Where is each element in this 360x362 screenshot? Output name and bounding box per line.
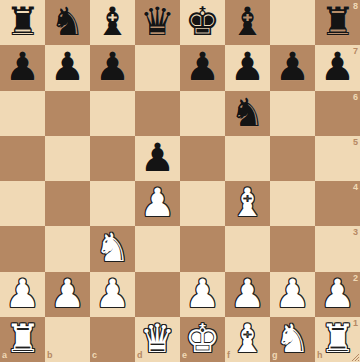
piece-black-bishop-c8[interactable]: ♝ — [95, 2, 130, 41]
coord-rank-2: 2 — [353, 274, 358, 283]
coord-file-f: f — [227, 351, 230, 360]
square-g7[interactable]: ♟ — [270, 45, 315, 90]
square-e1[interactable]: ♚e — [180, 317, 225, 362]
square-f2[interactable]: ♟ — [225, 272, 270, 317]
square-g1[interactable]: ♞g — [270, 317, 315, 362]
square-h3[interactable]: 3 — [315, 226, 360, 271]
piece-white-bishop-f4[interactable]: ♝ — [230, 183, 265, 222]
square-g5[interactable] — [270, 136, 315, 181]
square-c3[interactable]: ♞ — [90, 226, 135, 271]
piece-white-king-e1[interactable]: ♚ — [185, 319, 220, 358]
piece-white-pawn-h2[interactable]: ♟ — [320, 274, 355, 313]
square-a1[interactable]: ♜a — [0, 317, 45, 362]
square-c4[interactable] — [90, 181, 135, 226]
square-c5[interactable] — [90, 136, 135, 181]
coord-file-d: d — [137, 351, 143, 360]
square-h6[interactable]: 6 — [315, 91, 360, 136]
square-e5[interactable] — [180, 136, 225, 181]
square-a8[interactable]: ♜ — [0, 0, 45, 45]
square-e3[interactable] — [180, 226, 225, 271]
square-h4[interactable]: 4 — [315, 181, 360, 226]
coord-file-g: g — [272, 351, 278, 360]
square-a4[interactable] — [0, 181, 45, 226]
square-d6[interactable] — [135, 91, 180, 136]
piece-black-king-e8[interactable]: ♚ — [185, 2, 220, 41]
square-b6[interactable] — [45, 91, 90, 136]
square-b8[interactable]: ♞ — [45, 0, 90, 45]
square-c1[interactable]: c — [90, 317, 135, 362]
piece-black-pawn-d5[interactable]: ♟ — [140, 138, 175, 177]
piece-white-rook-a1[interactable]: ♜ — [5, 319, 40, 358]
square-b2[interactable]: ♟ — [45, 272, 90, 317]
chess-board: ♜♞♝♛♚♝♜8♟♟♟♟♟♟♟7♞6♟5♟♝4♞3♟♟♟♟♟♟♟2♜abc♛d♚… — [0, 0, 360, 362]
piece-black-pawn-h7[interactable]: ♟ — [320, 47, 355, 86]
square-d4[interactable]: ♟ — [135, 181, 180, 226]
square-f4[interactable]: ♝ — [225, 181, 270, 226]
coord-file-c: c — [92, 351, 97, 360]
coord-rank-7: 7 — [353, 47, 358, 56]
square-f7[interactable]: ♟ — [225, 45, 270, 90]
square-b3[interactable] — [45, 226, 90, 271]
piece-white-pawn-a2[interactable]: ♟ — [5, 274, 40, 313]
chess-board-grid: ♜♞♝♛♚♝♜8♟♟♟♟♟♟♟7♞6♟5♟♝4♞3♟♟♟♟♟♟♟2♜abc♛d♚… — [0, 0, 360, 362]
piece-black-knight-f6[interactable]: ♞ — [230, 93, 265, 132]
square-g4[interactable] — [270, 181, 315, 226]
square-b7[interactable]: ♟ — [45, 45, 90, 90]
piece-white-queen-d1[interactable]: ♛ — [140, 319, 175, 358]
square-f3[interactable] — [225, 226, 270, 271]
piece-white-pawn-e2[interactable]: ♟ — [185, 274, 220, 313]
coord-file-h: h — [317, 351, 323, 360]
square-b1[interactable]: b — [45, 317, 90, 362]
square-h5[interactable]: 5 — [315, 136, 360, 181]
piece-black-knight-b8[interactable]: ♞ — [50, 2, 85, 41]
square-a6[interactable] — [0, 91, 45, 136]
square-e2[interactable]: ♟ — [180, 272, 225, 317]
coord-rank-1: 1 — [353, 319, 358, 328]
square-g2[interactable]: ♟ — [270, 272, 315, 317]
piece-white-pawn-b2[interactable]: ♟ — [50, 274, 85, 313]
coord-rank-5: 5 — [353, 138, 358, 147]
square-a5[interactable] — [0, 136, 45, 181]
square-h8[interactable]: ♜8 — [315, 0, 360, 45]
square-c7[interactable]: ♟ — [90, 45, 135, 90]
square-d8[interactable]: ♛ — [135, 0, 180, 45]
square-c6[interactable] — [90, 91, 135, 136]
square-g3[interactable] — [270, 226, 315, 271]
square-c8[interactable]: ♝ — [90, 0, 135, 45]
square-c2[interactable]: ♟ — [90, 272, 135, 317]
square-g6[interactable] — [270, 91, 315, 136]
square-f1[interactable]: ♝f — [225, 317, 270, 362]
coord-rank-8: 8 — [353, 2, 358, 11]
coord-rank-6: 6 — [353, 93, 358, 102]
piece-black-pawn-g7[interactable]: ♟ — [275, 47, 310, 86]
piece-black-pawn-a7[interactable]: ♟ — [5, 47, 40, 86]
square-a7[interactable]: ♟ — [0, 45, 45, 90]
piece-black-pawn-f7[interactable]: ♟ — [230, 47, 265, 86]
square-d1[interactable]: ♛d — [135, 317, 180, 362]
piece-white-knight-c3[interactable]: ♞ — [95, 228, 130, 267]
piece-black-pawn-c7[interactable]: ♟ — [95, 47, 130, 86]
coord-rank-4: 4 — [353, 183, 358, 192]
square-a3[interactable] — [0, 226, 45, 271]
square-b4[interactable] — [45, 181, 90, 226]
square-a2[interactable]: ♟ — [0, 272, 45, 317]
piece-black-rook-h8[interactable]: ♜ — [320, 2, 355, 41]
piece-white-knight-g1[interactable]: ♞ — [275, 319, 310, 358]
piece-white-pawn-g2[interactable]: ♟ — [275, 274, 310, 313]
piece-black-pawn-b7[interactable]: ♟ — [50, 47, 85, 86]
square-h7[interactable]: ♟7 — [315, 45, 360, 90]
coord-rank-3: 3 — [353, 228, 358, 237]
piece-white-bishop-f1[interactable]: ♝ — [230, 319, 265, 358]
square-f5[interactable] — [225, 136, 270, 181]
square-h2[interactable]: ♟2 — [315, 272, 360, 317]
square-e4[interactable] — [180, 181, 225, 226]
piece-white-pawn-c2[interactable]: ♟ — [95, 274, 130, 313]
square-b5[interactable] — [45, 136, 90, 181]
square-e8[interactable]: ♚ — [180, 0, 225, 45]
piece-black-bishop-f8[interactable]: ♝ — [230, 2, 265, 41]
piece-white-pawn-f2[interactable]: ♟ — [230, 274, 265, 313]
square-e6[interactable] — [180, 91, 225, 136]
square-d7[interactable] — [135, 45, 180, 90]
piece-black-rook-a8[interactable]: ♜ — [5, 2, 40, 41]
square-e7[interactable]: ♟ — [180, 45, 225, 90]
piece-black-pawn-e7[interactable]: ♟ — [185, 47, 220, 86]
square-d2[interactable] — [135, 272, 180, 317]
resize-handle-icon[interactable] — [349, 351, 360, 362]
square-f8[interactable]: ♝ — [225, 0, 270, 45]
piece-white-pawn-d4[interactable]: ♟ — [140, 183, 175, 222]
square-f6[interactable]: ♞ — [225, 91, 270, 136]
coord-file-b: b — [47, 351, 53, 360]
piece-black-queen-d8[interactable]: ♛ — [140, 2, 175, 41]
coord-file-e: e — [182, 351, 187, 360]
coord-file-a: a — [2, 351, 7, 360]
square-g8[interactable] — [270, 0, 315, 45]
square-d3[interactable] — [135, 226, 180, 271]
square-d5[interactable]: ♟ — [135, 136, 180, 181]
